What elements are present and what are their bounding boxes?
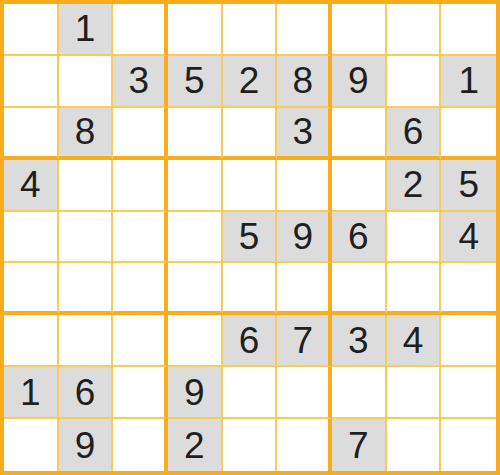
cell-r9c8[interactable] [387,419,442,471]
cell-r2c9: 1 [441,56,496,108]
cell-r1c4[interactable] [168,4,223,56]
cell-r2c8[interactable] [387,56,442,108]
cell-r5c9: 4 [441,212,496,264]
cell-r1c3[interactable] [113,4,168,56]
cell-r3c2: 8 [59,108,114,160]
cell-r4c2[interactable] [59,160,114,212]
cell-r2c6: 8 [277,56,332,108]
cell-r7c7: 3 [332,315,387,367]
cell-r9c3[interactable] [113,419,168,471]
cell-r8c8[interactable] [387,367,442,419]
cell-r2c1[interactable] [4,56,59,108]
cell-r9c1[interactable] [4,419,59,471]
cell-r2c2[interactable] [59,56,114,108]
cell-r5c3[interactable] [113,212,168,264]
cell-r9c2: 9 [59,419,114,471]
cell-r3c9[interactable] [441,108,496,160]
cell-r9c6[interactable] [277,419,332,471]
cell-r7c6: 7 [277,315,332,367]
cell-r8c7[interactable] [332,367,387,419]
cell-r7c9[interactable] [441,315,496,367]
cell-r4c1: 4 [4,160,59,212]
cell-r5c2[interactable] [59,212,114,264]
cell-r2c3: 3 [113,56,168,108]
cell-r3c3[interactable] [113,108,168,160]
cell-r3c8: 6 [387,108,442,160]
cell-r7c2[interactable] [59,315,114,367]
cell-r1c9[interactable] [441,4,496,56]
cell-r6c7[interactable] [332,263,387,315]
cell-r6c5[interactable] [223,263,278,315]
cell-r4c4[interactable] [168,160,223,212]
cell-r8c1: 1 [4,367,59,419]
cell-r1c1[interactable] [4,4,59,56]
cell-r4c8: 2 [387,160,442,212]
cell-r5c6: 9 [277,212,332,264]
cell-r7c4[interactable] [168,315,223,367]
cell-r8c5[interactable] [223,367,278,419]
cell-r4c5[interactable] [223,160,278,212]
cell-r2c4: 5 [168,56,223,108]
cell-r6c3[interactable] [113,263,168,315]
cell-r8c3[interactable] [113,367,168,419]
cell-r1c5[interactable] [223,4,278,56]
cell-r5c8[interactable] [387,212,442,264]
cell-r6c8[interactable] [387,263,442,315]
cell-r5c7: 6 [332,212,387,264]
sudoku-board: 135289183642559646734169927 [0,0,500,475]
cell-r1c7[interactable] [332,4,387,56]
cell-r2c5: 2 [223,56,278,108]
cell-r9c7: 7 [332,419,387,471]
cell-r8c9[interactable] [441,367,496,419]
cell-r4c9: 5 [441,160,496,212]
cell-r7c1[interactable] [4,315,59,367]
cell-r6c4[interactable] [168,263,223,315]
cell-r6c9[interactable] [441,263,496,315]
cell-r6c6[interactable] [277,263,332,315]
cell-r2c7: 9 [332,56,387,108]
cell-r9c9[interactable] [441,419,496,471]
cell-r3c5[interactable] [223,108,278,160]
cell-r5c5: 5 [223,212,278,264]
cell-r1c6[interactable] [277,4,332,56]
cell-r4c6[interactable] [277,160,332,212]
cell-r8c6[interactable] [277,367,332,419]
cell-r5c1[interactable] [4,212,59,264]
cell-r7c5: 6 [223,315,278,367]
cell-r6c2[interactable] [59,263,114,315]
cell-r5c4[interactable] [168,212,223,264]
cell-r4c7[interactable] [332,160,387,212]
cell-r7c3[interactable] [113,315,168,367]
cell-r4c3[interactable] [113,160,168,212]
cell-r9c4: 2 [168,419,223,471]
cell-r3c7[interactable] [332,108,387,160]
cell-r6c1[interactable] [4,263,59,315]
cell-r1c8[interactable] [387,4,442,56]
cell-r3c4[interactable] [168,108,223,160]
cell-r7c8: 4 [387,315,442,367]
cell-r3c6: 3 [277,108,332,160]
cell-r3c1[interactable] [4,108,59,160]
cell-r1c2: 1 [59,4,114,56]
cell-r8c2: 6 [59,367,114,419]
cell-r8c4: 9 [168,367,223,419]
cell-r9c5[interactable] [223,419,278,471]
